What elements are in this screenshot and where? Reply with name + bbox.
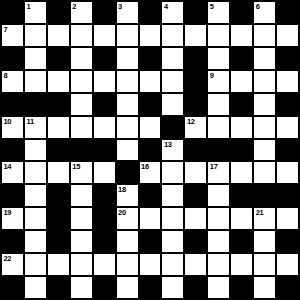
cell-r1c1[interactable] <box>25 25 46 46</box>
cell-r3c4[interactable] <box>94 71 115 92</box>
black-cell-r2c8 <box>185 48 206 69</box>
black-cell-r6c8 <box>185 140 206 161</box>
cell-r10c3[interactable] <box>71 231 92 252</box>
black-cell-r10c6 <box>140 231 161 252</box>
black-cell-r10c4 <box>94 231 115 252</box>
black-cell-r6c4 <box>94 140 115 161</box>
cell-r0c11[interactable]: 6 <box>254 2 275 23</box>
black-cell-r10c2 <box>48 231 69 252</box>
black-cell-r12c0 <box>2 277 23 298</box>
cell-r1c10[interactable] <box>231 25 252 46</box>
black-cell-r0c4 <box>94 2 115 23</box>
black-cell-r10c10 <box>231 231 252 252</box>
cell-r9c5[interactable]: 20 <box>117 208 138 229</box>
cell-r1c7[interactable] <box>162 25 183 46</box>
cell-r10c9[interactable] <box>208 231 229 252</box>
cell-r1c3[interactable] <box>71 25 92 46</box>
cell-r5c1[interactable]: 11 <box>25 117 46 138</box>
black-cell-r12c12 <box>277 277 298 298</box>
black-cell-r8c0 <box>2 185 23 206</box>
black-cell-r0c6 <box>140 2 161 23</box>
cell-r12c7[interactable] <box>162 277 183 298</box>
black-cell-r8c12 <box>277 185 298 206</box>
cell-r10c11[interactable] <box>254 231 275 252</box>
black-cell-r8c11 <box>254 185 275 206</box>
black-cell-r2c2 <box>48 48 69 69</box>
cell-r2c11[interactable] <box>254 48 275 69</box>
cell-r7c0[interactable]: 14 <box>2 162 23 183</box>
black-cell-r2c6 <box>140 48 161 69</box>
cell-r9c7[interactable] <box>162 208 183 229</box>
cell-r4c5[interactable] <box>117 94 138 115</box>
cell-r5c8[interactable]: 12 <box>185 117 206 138</box>
cell-r7c8[interactable] <box>185 162 206 183</box>
black-cell-r4c10 <box>231 94 252 115</box>
clue-number-10: 10 <box>4 117 12 126</box>
cell-r2c1[interactable] <box>25 48 46 69</box>
cell-r0c9[interactable]: 5 <box>208 2 229 23</box>
black-cell-r8c2 <box>48 185 69 206</box>
clue-number-7: 7 <box>4 25 8 34</box>
clue-number-11: 11 <box>26 117 33 126</box>
cell-r0c3[interactable]: 2 <box>71 2 92 23</box>
black-cell-r9c4 <box>94 208 115 229</box>
cell-r9c11[interactable]: 21 <box>254 208 275 229</box>
cell-r3c6[interactable] <box>140 71 161 92</box>
cell-r6c11[interactable] <box>254 140 275 161</box>
cell-r12c11[interactable] <box>254 277 275 298</box>
cell-r11c1[interactable] <box>25 254 46 275</box>
cell-r7c2[interactable] <box>48 162 69 183</box>
cell-r1c8[interactable] <box>185 25 206 46</box>
clue-number-1: 1 <box>26 2 30 11</box>
clue-number-14: 14 <box>4 162 12 171</box>
clue-number-16: 16 <box>141 162 149 171</box>
cell-r9c6[interactable] <box>140 208 161 229</box>
clue-number-21: 21 <box>256 208 264 217</box>
cell-r7c3[interactable]: 15 <box>71 162 92 183</box>
black-cell-r12c8 <box>185 277 206 298</box>
cell-r6c7[interactable]: 13 <box>162 140 183 161</box>
clue-number-9: 9 <box>210 71 214 80</box>
cell-r12c5[interactable] <box>117 277 138 298</box>
black-cell-r4c1 <box>25 94 46 115</box>
cell-r1c4[interactable] <box>94 25 115 46</box>
clue-number-6: 6 <box>256 2 260 11</box>
cell-r11c8[interactable] <box>185 254 206 275</box>
cell-r1c0[interactable]: 7 <box>2 25 23 46</box>
cell-r5c0[interactable]: 10 <box>2 117 23 138</box>
cell-r11c9[interactable] <box>208 254 229 275</box>
cell-r10c7[interactable] <box>162 231 183 252</box>
cell-r5c4[interactable] <box>94 117 115 138</box>
black-cell-r3c8 <box>185 71 206 92</box>
cell-r7c7[interactable] <box>162 162 183 183</box>
black-cell-r0c12 <box>277 2 298 23</box>
cell-r8c1[interactable] <box>25 185 46 206</box>
black-cell-r6c10 <box>231 140 252 161</box>
cell-r6c1[interactable] <box>25 140 46 161</box>
clue-number-15: 15 <box>72 162 80 171</box>
black-cell-r7c5 <box>117 162 138 183</box>
cell-r7c9[interactable]: 17 <box>208 162 229 183</box>
black-cell-r0c2 <box>48 2 69 23</box>
black-cell-r2c12 <box>277 48 298 69</box>
cell-r11c3[interactable] <box>71 254 92 275</box>
cell-r8c9[interactable] <box>208 185 229 206</box>
cell-r1c6[interactable] <box>140 25 161 46</box>
black-cell-r8c6 <box>140 185 161 206</box>
cell-r10c1[interactable] <box>25 231 46 252</box>
black-cell-r6c3 <box>71 140 92 161</box>
cell-r5c9[interactable] <box>208 117 229 138</box>
black-cell-r4c0 <box>2 94 23 115</box>
cell-r3c7[interactable] <box>162 71 183 92</box>
cell-r8c5[interactable]: 18 <box>117 185 138 206</box>
cell-r1c5[interactable] <box>117 25 138 46</box>
cell-r5c10[interactable] <box>231 117 252 138</box>
black-cell-r8c4 <box>94 185 115 206</box>
cell-r3c9[interactable]: 9 <box>208 71 229 92</box>
cell-r9c1[interactable] <box>25 208 46 229</box>
clue-number-4: 4 <box>164 2 168 11</box>
cell-r0c7[interactable]: 4 <box>162 2 183 23</box>
cell-r12c3[interactable] <box>71 277 92 298</box>
black-cell-r12c6 <box>140 277 161 298</box>
cell-r4c3[interactable] <box>71 94 92 115</box>
black-cell-r6c9 <box>208 140 229 161</box>
crossword-board: 12345678910111213141516171819202122 <box>0 0 300 300</box>
cell-r7c12[interactable] <box>277 162 298 183</box>
cell-r5c2[interactable] <box>48 117 69 138</box>
cell-r5c12[interactable] <box>277 117 298 138</box>
black-cell-r4c2 <box>48 94 69 115</box>
cell-r2c9[interactable] <box>208 48 229 69</box>
black-cell-r6c6 <box>140 140 161 161</box>
clue-number-12: 12 <box>187 117 195 126</box>
cell-r6c5[interactable] <box>117 140 138 161</box>
cell-r3c12[interactable] <box>277 71 298 92</box>
cell-r3c3[interactable] <box>71 71 92 92</box>
black-cell-r10c0 <box>2 231 23 252</box>
clue-number-3: 3 <box>118 2 122 11</box>
cell-r12c9[interactable] <box>208 277 229 298</box>
cell-r11c6[interactable] <box>140 254 161 275</box>
cell-r1c12[interactable] <box>277 25 298 46</box>
cell-r1c2[interactable] <box>48 25 69 46</box>
cell-r3c2[interactable] <box>48 71 69 92</box>
black-cell-r0c10 <box>231 2 252 23</box>
black-cell-r2c0 <box>2 48 23 69</box>
clue-number-19: 19 <box>4 208 12 217</box>
clue-number-18: 18 <box>118 185 126 194</box>
cell-r7c1[interactable] <box>25 162 46 183</box>
cell-r2c7[interactable] <box>162 48 183 69</box>
cell-r11c12[interactable] <box>277 254 298 275</box>
clue-number-8: 8 <box>4 71 8 80</box>
cell-r7c11[interactable] <box>254 162 275 183</box>
cell-r7c4[interactable] <box>94 162 115 183</box>
cell-r11c7[interactable] <box>162 254 183 275</box>
black-cell-r8c8 <box>185 185 206 206</box>
black-cell-r6c2 <box>48 140 69 161</box>
cell-r7c6[interactable]: 16 <box>140 162 161 183</box>
cell-r9c10[interactable] <box>231 208 252 229</box>
cell-r0c1[interactable]: 1 <box>25 2 46 23</box>
cell-r1c9[interactable] <box>208 25 229 46</box>
cell-r11c4[interactable] <box>94 254 115 275</box>
cell-r2c5[interactable] <box>117 48 138 69</box>
clue-number-2: 2 <box>72 2 76 11</box>
black-cell-r12c4 <box>94 277 115 298</box>
clue-number-5: 5 <box>210 2 214 11</box>
cell-r3c0[interactable]: 8 <box>2 71 23 92</box>
black-cell-r6c0 <box>2 140 23 161</box>
black-cell-r6c12 <box>277 140 298 161</box>
black-cell-r9c2 <box>48 208 69 229</box>
black-cell-r2c4 <box>94 48 115 69</box>
cell-r5c6[interactable] <box>140 117 161 138</box>
black-cell-r4c4 <box>94 94 115 115</box>
cell-r4c11[interactable] <box>254 94 275 115</box>
cell-r9c3[interactable] <box>71 208 92 229</box>
cell-r9c9[interactable] <box>208 208 229 229</box>
black-cell-r0c0 <box>2 2 23 23</box>
black-cell-r5c7 <box>162 117 183 138</box>
cell-r8c7[interactable] <box>162 185 183 206</box>
cell-r11c10[interactable] <box>231 254 252 275</box>
cell-r10c5[interactable] <box>117 231 138 252</box>
cell-r9c8[interactable] <box>185 208 206 229</box>
cell-r11c5[interactable] <box>117 254 138 275</box>
cell-r3c1[interactable] <box>25 71 46 92</box>
cell-r9c0[interactable]: 19 <box>2 208 23 229</box>
black-cell-r8c10 <box>231 185 252 206</box>
cell-r5c3[interactable] <box>71 117 92 138</box>
cell-r1c11[interactable] <box>254 25 275 46</box>
cell-r3c10[interactable] <box>231 71 252 92</box>
cell-r3c11[interactable] <box>254 71 275 92</box>
cell-r5c11[interactable] <box>254 117 275 138</box>
cell-r4c9[interactable] <box>208 94 229 115</box>
cell-r11c11[interactable] <box>254 254 275 275</box>
clue-number-22: 22 <box>4 254 12 263</box>
black-cell-r10c12 <box>277 231 298 252</box>
clue-number-13: 13 <box>164 140 172 149</box>
cell-r8c3[interactable] <box>71 185 92 206</box>
cell-r4c7[interactable] <box>162 94 183 115</box>
black-cell-r0c8 <box>185 2 206 23</box>
black-cell-r10c8 <box>185 231 206 252</box>
cell-r12c1[interactable] <box>25 277 46 298</box>
cell-r9c12[interactable] <box>277 208 298 229</box>
cell-r3c5[interactable] <box>117 71 138 92</box>
clue-number-17: 17 <box>210 162 218 171</box>
cell-r5c5[interactable] <box>117 117 138 138</box>
black-cell-r4c12 <box>277 94 298 115</box>
clue-number-20: 20 <box>118 208 126 217</box>
black-cell-r4c8 <box>185 94 206 115</box>
black-cell-r12c2 <box>48 277 69 298</box>
black-cell-r2c10 <box>231 48 252 69</box>
cell-r11c2[interactable] <box>48 254 69 275</box>
cell-r2c3[interactable] <box>71 48 92 69</box>
black-cell-r4c6 <box>140 94 161 115</box>
cell-r11c0[interactable]: 22 <box>2 254 23 275</box>
cell-r7c10[interactable] <box>231 162 252 183</box>
black-cell-r12c10 <box>231 277 252 298</box>
cell-r0c5[interactable]: 3 <box>117 2 138 23</box>
